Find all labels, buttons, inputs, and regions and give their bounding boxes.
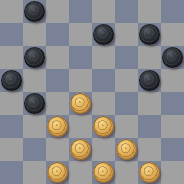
square-c7[interactable] xyxy=(46,23,69,46)
black-piece[interactable] xyxy=(1,70,22,91)
black-piece[interactable] xyxy=(24,93,45,114)
square-a8 xyxy=(0,0,23,23)
square-c5[interactable] xyxy=(46,69,69,92)
square-a4 xyxy=(0,92,23,115)
square-b1 xyxy=(23,161,46,184)
square-g2 xyxy=(138,138,161,161)
square-d8[interactable] xyxy=(69,0,92,23)
square-f4[interactable] xyxy=(115,92,138,115)
square-h5 xyxy=(161,69,184,92)
square-d7 xyxy=(69,23,92,46)
black-piece[interactable] xyxy=(139,70,160,91)
square-h8[interactable] xyxy=(161,0,184,23)
square-b5 xyxy=(23,69,46,92)
square-f2[interactable] xyxy=(115,138,138,161)
square-g4 xyxy=(138,92,161,115)
square-g3[interactable] xyxy=(138,115,161,138)
square-c6 xyxy=(46,46,69,69)
square-h1 xyxy=(161,161,184,184)
white-piece[interactable] xyxy=(70,93,91,114)
square-c4 xyxy=(46,92,69,115)
square-d3 xyxy=(69,115,92,138)
square-c2 xyxy=(46,138,69,161)
square-d4[interactable] xyxy=(69,92,92,115)
square-g5[interactable] xyxy=(138,69,161,92)
square-h7 xyxy=(161,23,184,46)
square-h6[interactable] xyxy=(161,46,184,69)
square-e3[interactable] xyxy=(92,115,115,138)
square-e5[interactable] xyxy=(92,69,115,92)
square-d5 xyxy=(69,69,92,92)
square-f6[interactable] xyxy=(115,46,138,69)
square-h3 xyxy=(161,115,184,138)
square-f1 xyxy=(115,161,138,184)
square-f8[interactable] xyxy=(115,0,138,23)
square-h2[interactable] xyxy=(161,138,184,161)
white-piece[interactable] xyxy=(116,139,137,160)
square-f5 xyxy=(115,69,138,92)
square-b4[interactable] xyxy=(23,92,46,115)
square-b7 xyxy=(23,23,46,46)
square-f7 xyxy=(115,23,138,46)
square-b2[interactable] xyxy=(23,138,46,161)
black-piece[interactable] xyxy=(24,47,45,68)
square-d6[interactable] xyxy=(69,46,92,69)
square-e6 xyxy=(92,46,115,69)
square-e8 xyxy=(92,0,115,23)
square-f3 xyxy=(115,115,138,138)
square-g1[interactable] xyxy=(138,161,161,184)
square-e1[interactable] xyxy=(92,161,115,184)
square-g8 xyxy=(138,0,161,23)
square-e2 xyxy=(92,138,115,161)
square-e7[interactable] xyxy=(92,23,115,46)
white-piece[interactable] xyxy=(139,162,160,183)
white-piece[interactable] xyxy=(47,162,68,183)
white-piece[interactable] xyxy=(93,116,114,137)
black-piece[interactable] xyxy=(162,47,183,68)
square-c3[interactable] xyxy=(46,115,69,138)
square-g7[interactable] xyxy=(138,23,161,46)
square-c8 xyxy=(46,0,69,23)
white-piece[interactable] xyxy=(93,162,114,183)
square-e4 xyxy=(92,92,115,115)
square-a5[interactable] xyxy=(0,69,23,92)
square-d1 xyxy=(69,161,92,184)
white-piece[interactable] xyxy=(70,139,91,160)
square-a2 xyxy=(0,138,23,161)
black-piece[interactable] xyxy=(139,24,160,45)
square-b8[interactable] xyxy=(23,0,46,23)
black-piece[interactable] xyxy=(24,1,45,22)
square-a1[interactable] xyxy=(0,161,23,184)
square-g6 xyxy=(138,46,161,69)
square-c1[interactable] xyxy=(46,161,69,184)
square-a7[interactable] xyxy=(0,23,23,46)
checkers-board xyxy=(0,0,184,184)
black-piece[interactable] xyxy=(93,24,114,45)
square-b6[interactable] xyxy=(23,46,46,69)
square-h4[interactable] xyxy=(161,92,184,115)
white-piece[interactable] xyxy=(47,116,68,137)
square-b3 xyxy=(23,115,46,138)
square-a6 xyxy=(0,46,23,69)
square-a3[interactable] xyxy=(0,115,23,138)
square-d2[interactable] xyxy=(69,138,92,161)
